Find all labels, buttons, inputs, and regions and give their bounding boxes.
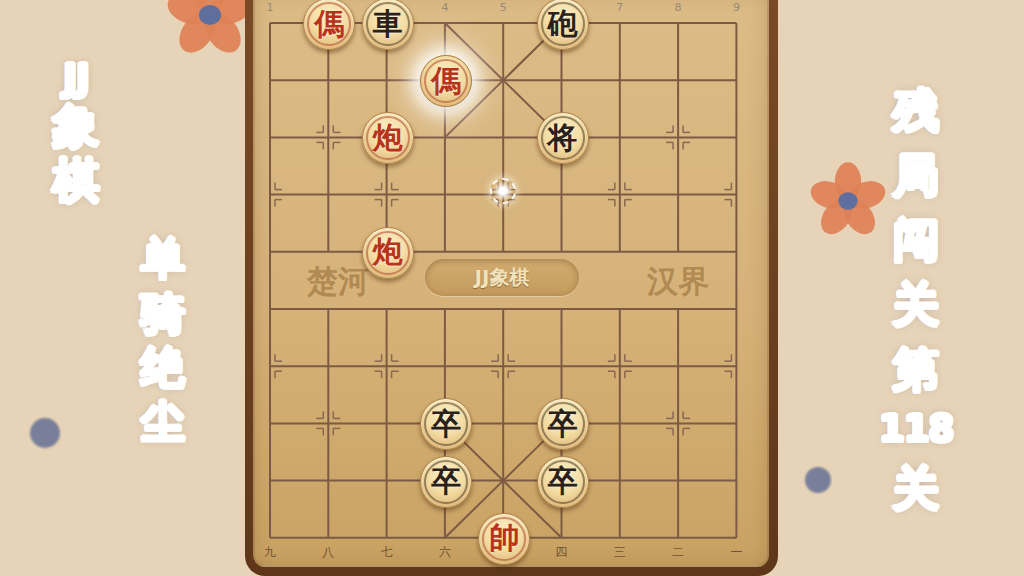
- file-label-top: 9: [726, 1, 746, 14]
- logo-pill-label: JJ象棋: [475, 264, 530, 291]
- file-label-bottom: 六: [435, 544, 455, 561]
- file-label-top: 4: [435, 1, 455, 14]
- vertical-text-char: 骑: [141, 289, 185, 337]
- logo-pill: JJ象棋: [425, 259, 579, 296]
- file-label-top: 5: [493, 1, 513, 14]
- piece-character: 卒: [431, 404, 461, 445]
- piece-red-general[interactable]: 帥: [478, 513, 530, 565]
- vertical-text-char: 象: [53, 101, 100, 152]
- piece-black-cannon[interactable]: 砲: [537, 0, 589, 50]
- piece-red-cannon[interactable]: 炮: [362, 227, 414, 279]
- puzzle-name-vertical: 单骑绝尘: [132, 234, 194, 445]
- vertical-text-char: 第: [893, 345, 939, 395]
- piece-character: 砲: [548, 4, 578, 45]
- file-label-bottom: 七: [377, 544, 397, 561]
- piece-character: 傌: [314, 4, 344, 45]
- vertical-text-char: JJ: [63, 58, 89, 98]
- app-screen: JJ象棋 单骑绝尘 残局闯关第118关 楚河 汉界 JJ象棋 123456789…: [0, 0, 1024, 576]
- flower-center-dot: [199, 5, 221, 25]
- vertical-text-char: 尘: [141, 398, 185, 446]
- file-label-top: 8: [668, 1, 688, 14]
- app-title-vertical: JJ象棋: [40, 58, 112, 205]
- vertical-text-char: 局: [893, 151, 939, 201]
- blue-dot-decoration: [805, 467, 831, 493]
- file-label-top: 7: [610, 1, 630, 14]
- file-label-bottom: 四: [552, 544, 572, 561]
- vertical-text-char: 绝: [141, 343, 185, 391]
- piece-character: 将: [548, 118, 578, 159]
- vertical-text-char: 残: [893, 86, 939, 136]
- vertical-text-char: 单: [141, 234, 185, 282]
- piece-black-chariot[interactable]: 車: [362, 0, 414, 50]
- piece-black-soldier[interactable]: 卒: [420, 398, 472, 450]
- flower-center-dot: [838, 192, 857, 210]
- vertical-text-char: 棋: [53, 155, 100, 206]
- vertical-text-char: 关: [893, 464, 939, 514]
- piece-red-horse[interactable]: 傌: [420, 55, 472, 107]
- file-label-bottom: 二: [668, 544, 688, 561]
- file-label-bottom: 八: [318, 544, 338, 561]
- piece-black-soldier[interactable]: 卒: [537, 456, 589, 508]
- vertical-text-char: 关: [893, 280, 939, 330]
- river-text-right: 汉界: [647, 262, 709, 300]
- piece-red-cannon[interactable]: 炮: [362, 112, 414, 164]
- piece-character: 卒: [548, 461, 578, 502]
- piece-character: 傌: [431, 61, 461, 102]
- file-label-top: 1: [260, 1, 280, 14]
- file-label-bottom: 九: [260, 544, 280, 561]
- vertical-text-char: 118: [879, 409, 953, 449]
- piece-character: 車: [373, 4, 403, 45]
- piece-character: 炮: [373, 118, 403, 159]
- level-banner-vertical: 残局闯关第118关: [884, 86, 948, 514]
- piece-character: 帥: [489, 518, 519, 559]
- blue-dot-decoration: [30, 418, 60, 448]
- xiangqi-board[interactable]: 楚河 汉界 JJ象棋 123456789九八七六五四三二一傌車砲傌炮将炮卒卒卒卒…: [245, 0, 778, 576]
- river-label-hanjie: 汉界: [633, 262, 723, 300]
- piece-black-soldier[interactable]: 卒: [420, 456, 472, 508]
- piece-character: 卒: [548, 404, 578, 445]
- file-label-bottom: 一: [726, 544, 746, 561]
- river-text-left: 楚河: [307, 262, 369, 300]
- vertical-text-char: 闯: [893, 215, 939, 265]
- piece-black-soldier[interactable]: 卒: [537, 398, 589, 450]
- piece-character: 卒: [431, 461, 461, 502]
- file-label-bottom: 三: [610, 544, 630, 561]
- piece-black-general[interactable]: 将: [537, 112, 589, 164]
- piece-character: 炮: [373, 232, 403, 273]
- move-origin-marker: [490, 178, 516, 204]
